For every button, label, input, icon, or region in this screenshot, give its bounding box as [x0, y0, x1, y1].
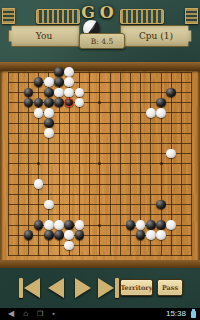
stone-black: [54, 98, 64, 108]
next-move-button[interactable]: [71, 276, 95, 300]
stone-white: [146, 230, 156, 240]
pass-button[interactable]: Pass: [157, 279, 183, 296]
stone-white: [64, 241, 74, 251]
stone-white: [54, 88, 64, 98]
star-point: [37, 162, 40, 165]
last-move-button[interactable]: [96, 276, 120, 300]
stone-black: [24, 98, 34, 108]
stone-white: [136, 220, 146, 230]
stone-black: [146, 220, 156, 230]
stone-black: [24, 88, 34, 98]
app-screen: GO You Cpu (1) B: 4.5: [0, 0, 200, 320]
clock: 15:38: [166, 308, 186, 320]
stone-white: [166, 149, 176, 159]
stone-black: [44, 230, 54, 240]
stone-white: [156, 230, 166, 240]
toolbar: Territory Pass: [0, 268, 200, 308]
stone-white: [64, 230, 74, 240]
score-text: B: 4.5: [91, 37, 113, 46]
recents-icon[interactable]: ❐: [37, 308, 43, 320]
score-badge: B: 4.5: [79, 33, 125, 49]
stone-white: [34, 179, 44, 189]
star-point: [98, 224, 101, 227]
stone-black: [126, 220, 136, 230]
app-title: GO: [0, 3, 200, 22]
first-move-button[interactable]: [18, 276, 42, 300]
board-top-edge: [0, 62, 200, 71]
stone-white: [44, 128, 54, 138]
first-move-icon: [19, 278, 23, 298]
stone-black: [156, 98, 166, 108]
player-cpu-label: Cpu (1): [139, 31, 173, 41]
stone-black: [156, 220, 166, 230]
battery-icon: [191, 311, 196, 318]
stone-black: [54, 77, 64, 87]
header: GO You Cpu (1) B: 4.5: [0, 0, 200, 62]
stone-black: [34, 220, 44, 230]
stone-black: [136, 230, 146, 240]
stone-black: [34, 77, 44, 87]
home-icon[interactable]: ⌂: [23, 308, 28, 320]
stone-white: [64, 67, 74, 77]
stone-white: [64, 88, 74, 98]
stone-white: [75, 98, 85, 108]
stone-black-last-move: [64, 98, 74, 108]
stone-black: [156, 200, 166, 210]
player-panel-you: You: [8, 25, 80, 47]
stone-black: [34, 98, 44, 108]
player-you-label: You: [36, 31, 52, 41]
territory-button[interactable]: Territory: [120, 279, 153, 296]
stone-black: [44, 98, 54, 108]
stone-white: [166, 220, 176, 230]
stone-white: [44, 200, 54, 210]
prev-move-icon: [48, 278, 64, 298]
next-move-icon: [75, 278, 91, 298]
stone-white: [44, 220, 54, 230]
stone-black: [54, 230, 64, 240]
board-bottom-edge: [0, 260, 200, 268]
go-board[interactable]: [0, 62, 200, 268]
stone-white: [44, 108, 54, 118]
stone-black: [75, 230, 85, 240]
stone-white: [34, 108, 44, 118]
stone-white: [54, 220, 64, 230]
stone-black: [64, 220, 74, 230]
stone-black: [44, 118, 54, 128]
stone-black: [166, 88, 176, 98]
stone-black: [54, 67, 64, 77]
stone-black: [44, 88, 54, 98]
star-point: [160, 162, 163, 165]
stone-white: [146, 108, 156, 118]
back-icon[interactable]: ◀: [8, 308, 14, 320]
stone-white: [44, 77, 54, 87]
star-point: [98, 162, 101, 165]
notification-divider-icon: ▪: [52, 308, 54, 320]
stone-white: [156, 108, 166, 118]
stone-white: [75, 88, 85, 98]
android-status-bar: ◀ ⌂ ❐ ▪ 15:38: [0, 308, 200, 320]
stone-white: [75, 220, 85, 230]
stone-black: [24, 230, 34, 240]
stone-white: [64, 77, 74, 87]
prev-move-button[interactable]: [45, 276, 69, 300]
player-panel-cpu: Cpu (1): [120, 25, 192, 47]
star-point: [98, 101, 101, 104]
last-move-icon: [98, 278, 114, 298]
